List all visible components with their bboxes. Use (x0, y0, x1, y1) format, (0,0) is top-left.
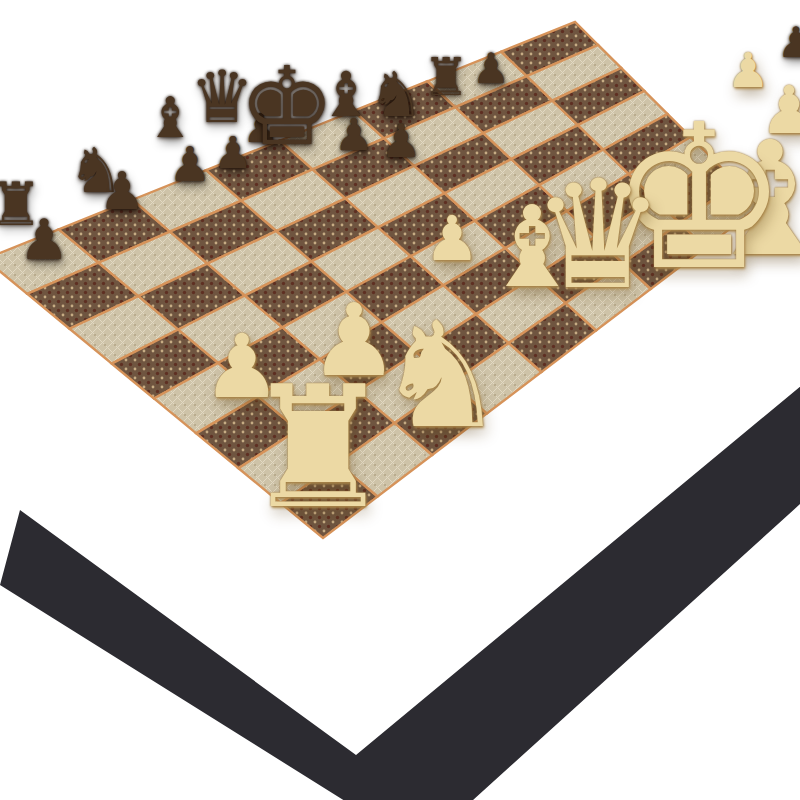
white-queen[interactable]: ♛ (531, 164, 665, 307)
black-pawn[interactable]: ♟ (168, 142, 211, 188)
black-pawn[interactable]: ♟ (213, 132, 252, 174)
black-pawn[interactable]: ♟ (777, 23, 800, 63)
chess-set-photo: ♟♟♟♜♝♞♛♟♝♟♚♟♟♟♟♞♟♜♟♝♟♚♝♛♟♟♞♜ (0, 0, 800, 800)
black-king[interactable]: ♚ (239, 56, 336, 159)
black-pawn[interactable]: ♟ (472, 49, 510, 89)
black-rook[interactable]: ♜ (423, 53, 470, 102)
white-knight[interactable]: ♞ (376, 306, 507, 445)
white-pawn[interactable]: ♟ (424, 210, 480, 269)
black-pawn[interactable]: ♟ (334, 114, 373, 156)
black-pawn[interactable]: ♟ (380, 120, 421, 164)
black-pawn[interactable]: ♟ (99, 167, 146, 216)
white-rook[interactable]: ♜ (243, 369, 394, 529)
black-pawn[interactable]: ♟ (19, 213, 69, 266)
